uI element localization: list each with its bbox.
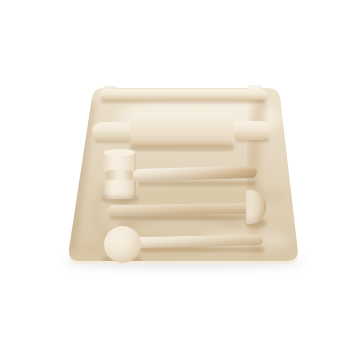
rolling-pin-handle-left [92, 122, 133, 141]
rolling-pin-body [130, 112, 234, 146]
product-photo [0, 0, 360, 360]
spatula-handle [108, 203, 249, 216]
spoon-ball [104, 226, 141, 263]
top-rail-dowel [100, 89, 267, 100]
mallet-head-bottom [103, 180, 136, 199]
rolling-pin-handle-right [234, 121, 271, 140]
mallet-head [103, 150, 136, 199]
mallet-head-cap [104, 149, 135, 156]
